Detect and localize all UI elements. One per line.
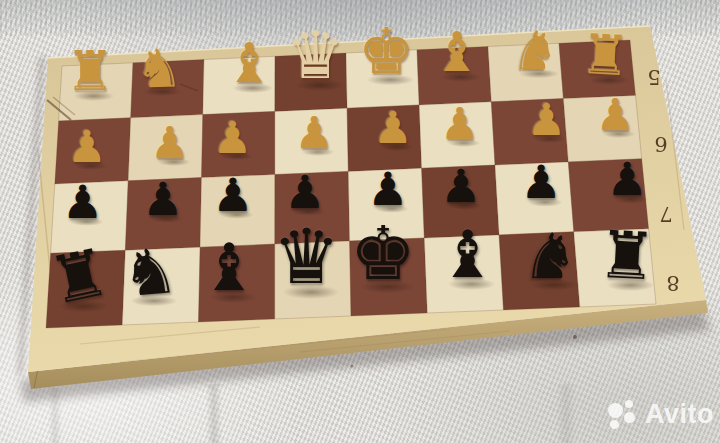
piece-black-pawn-f7: ♟ (440, 163, 481, 209)
piece-black-pawn-e7: ♟ (367, 166, 408, 212)
piece-black-pawn-c7: ♟ (212, 172, 253, 218)
piece-black-king-e8: ♚ (350, 216, 416, 290)
piece-black-queen-d8: ♛ (272, 219, 340, 295)
rank-label-5: 5 (647, 65, 660, 89)
piece-black-pawn-b7: ♟ (142, 176, 183, 222)
piece-white-pawn-d6: ♟ (295, 111, 334, 155)
piece-white-king-e5: ♚ (358, 20, 414, 83)
avito-watermark-text: Avito (645, 399, 714, 430)
piece-white-bishop-c5: ♝ (225, 36, 274, 91)
avito-logo-icon (608, 399, 638, 430)
piece-white-knight-g5: ♞ (512, 24, 560, 77)
piece-black-pawn-a7: ♟ (62, 179, 103, 225)
piece-white-pawn-a6: ♟ (67, 125, 106, 169)
piece-white-pawn-g6: ♟ (527, 98, 566, 142)
piece-black-rook-a8: ♜ (50, 244, 108, 309)
avito-watermark: Avito (608, 399, 714, 430)
piece-white-rook-a5: ♜ (65, 44, 114, 99)
piece-white-pawn-f6: ♟ (440, 102, 479, 146)
piece-black-pawn-d7: ♟ (284, 169, 325, 215)
piece-white-bishop-f5: ♝ (432, 25, 481, 80)
rank-label-6: 6 (654, 132, 667, 156)
piece-white-pawn-c6: ♟ (213, 116, 252, 160)
piece-white-knight-b5: ♞ (135, 42, 183, 95)
piece-black-bishop-f8: ♝ (438, 222, 496, 287)
piece-black-pawn-h7: ♟ (606, 156, 647, 202)
piece-white-pawn-b6: ♟ (150, 121, 189, 165)
piece-white-rook-h5: ♜ (580, 28, 629, 83)
piece-white-pawn-e6: ♟ (373, 106, 412, 150)
piece-white-queen-d5: ♛ (287, 23, 345, 88)
piece-black-rook-h8: ♜ (597, 223, 655, 288)
piece-white-pawn-h6: ♟ (595, 93, 634, 137)
rank-label-8: 8 (666, 271, 679, 295)
piece-black-knight-g8: ♞ (522, 225, 578, 288)
piece-black-pawn-g7: ♟ (520, 159, 561, 205)
chess-set-photo[interactable]: 5678 ♜♞♝♛♚♝♞♜♟♟♟♟♟♟♟♟♟♟♟♟♟♟♟♟♜♞♝♛♚♝♞♜ Av… (0, 0, 720, 443)
piece-black-bishop-c8: ♝ (200, 235, 258, 300)
rank-label-7: 7 (659, 202, 672, 226)
piece-black-knight-b8: ♞ (121, 241, 177, 304)
